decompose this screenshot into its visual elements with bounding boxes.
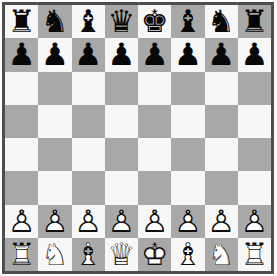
white-piece-outline: ♘ [41, 239, 69, 270]
square-c3[interactable] [72, 171, 105, 204]
square-b2[interactable]: ♟♙ [38, 205, 71, 238]
square-d4[interactable] [105, 138, 138, 171]
white-piece-outline: ♕ [107, 239, 135, 270]
black-rook[interactable]: ♜ [5, 5, 38, 38]
white-piece-outline: ♔ [141, 239, 169, 270]
square-a8[interactable]: ♜ [5, 5, 38, 38]
square-f2[interactable]: ♟♙ [171, 205, 204, 238]
square-g2[interactable]: ♟♙ [205, 205, 238, 238]
square-g7[interactable]: ♟ [205, 38, 238, 71]
white-pawn[interactable]: ♟♙ [171, 205, 204, 238]
white-piece-outline: ♙ [8, 206, 36, 237]
white-rook[interactable]: ♜♖ [238, 238, 271, 271]
square-a2[interactable]: ♟♙ [5, 205, 38, 238]
black-pawn[interactable]: ♟ [238, 38, 271, 71]
square-a6[interactable] [5, 72, 38, 105]
square-c4[interactable] [72, 138, 105, 171]
square-h1[interactable]: ♜♖ [238, 238, 271, 271]
square-e2[interactable]: ♟♙ [138, 205, 171, 238]
square-a5[interactable] [5, 105, 38, 138]
white-piece-outline: ♙ [41, 206, 69, 237]
white-bishop[interactable]: ♝♗ [171, 238, 204, 271]
black-bishop[interactable]: ♝ [171, 5, 204, 38]
square-a3[interactable] [5, 171, 38, 204]
square-f7[interactable]: ♟ [171, 38, 204, 71]
white-rook[interactable]: ♜♖ [5, 238, 38, 271]
white-pawn[interactable]: ♟♙ [5, 205, 38, 238]
square-e8[interactable]: ♚ [138, 5, 171, 38]
square-h6[interactable] [238, 72, 271, 105]
square-d8[interactable]: ♛ [105, 5, 138, 38]
white-pawn[interactable]: ♟♙ [138, 205, 171, 238]
square-f5[interactable] [171, 105, 204, 138]
white-piece-outline: ♙ [141, 206, 169, 237]
chess-board: ♜♞♝♛♚♝♞♜♟♟♟♟♟♟♟♟♟♙♟♙♟♙♟♙♟♙♟♙♟♙♟♙♜♖♞♘♝♗♛♕… [5, 5, 271, 271]
white-piece-outline: ♙ [174, 206, 202, 237]
square-g3[interactable] [205, 171, 238, 204]
white-piece-outline: ♘ [207, 239, 235, 270]
square-b6[interactable] [38, 72, 71, 105]
square-f8[interactable]: ♝ [171, 5, 204, 38]
square-b7[interactable]: ♟ [38, 38, 71, 71]
black-queen[interactable]: ♛ [105, 5, 138, 38]
black-pawn[interactable]: ♟ [72, 38, 105, 71]
square-c5[interactable] [72, 105, 105, 138]
white-knight[interactable]: ♞♘ [205, 238, 238, 271]
square-b3[interactable] [38, 171, 71, 204]
white-piece-outline: ♗ [74, 239, 102, 270]
square-e3[interactable] [138, 171, 171, 204]
black-pawn[interactable]: ♟ [38, 38, 71, 71]
square-e1[interactable]: ♚♔ [138, 238, 171, 271]
white-pawn[interactable]: ♟♙ [38, 205, 71, 238]
black-bishop[interactable]: ♝ [72, 5, 105, 38]
white-piece-outline: ♙ [74, 206, 102, 237]
square-f3[interactable] [171, 171, 204, 204]
white-pawn[interactable]: ♟♙ [238, 205, 271, 238]
square-h7[interactable]: ♟ [238, 38, 271, 71]
square-e5[interactable] [138, 105, 171, 138]
white-pawn[interactable]: ♟♙ [205, 205, 238, 238]
white-knight[interactable]: ♞♘ [38, 238, 71, 271]
square-h8[interactable]: ♜ [238, 5, 271, 38]
square-g6[interactable] [205, 72, 238, 105]
square-h5[interactable] [238, 105, 271, 138]
square-c7[interactable]: ♟ [72, 38, 105, 71]
black-knight[interactable]: ♞ [38, 5, 71, 38]
square-a7[interactable]: ♟ [5, 38, 38, 71]
square-b1[interactable]: ♞♘ [38, 238, 71, 271]
square-a1[interactable]: ♜♖ [5, 238, 38, 271]
square-a4[interactable] [5, 138, 38, 171]
black-rook[interactable]: ♜ [238, 5, 271, 38]
square-g5[interactable] [205, 105, 238, 138]
square-h3[interactable] [238, 171, 271, 204]
white-piece-outline: ♙ [107, 206, 135, 237]
square-f4[interactable] [171, 138, 204, 171]
square-d2[interactable]: ♟♙ [105, 205, 138, 238]
white-piece-outline: ♗ [174, 239, 202, 270]
square-e6[interactable] [138, 72, 171, 105]
black-pawn[interactable]: ♟ [171, 38, 204, 71]
white-pawn[interactable]: ♟♙ [72, 205, 105, 238]
square-f6[interactable] [171, 72, 204, 105]
square-e4[interactable] [138, 138, 171, 171]
square-h4[interactable] [238, 138, 271, 171]
square-c8[interactable]: ♝ [72, 5, 105, 38]
white-pawn[interactable]: ♟♙ [105, 205, 138, 238]
white-piece-outline: ♖ [8, 239, 36, 270]
white-king[interactable]: ♚♔ [138, 238, 171, 271]
square-e7[interactable]: ♟ [138, 38, 171, 71]
square-b5[interactable] [38, 105, 71, 138]
white-piece-outline: ♙ [207, 206, 235, 237]
square-d6[interactable] [105, 72, 138, 105]
white-piece-outline: ♖ [240, 239, 268, 270]
square-d1[interactable]: ♛♕ [105, 238, 138, 271]
square-d5[interactable] [105, 105, 138, 138]
black-pawn[interactable]: ♟ [5, 38, 38, 71]
square-f1[interactable]: ♝♗ [171, 238, 204, 271]
square-c6[interactable] [72, 72, 105, 105]
square-c2[interactable]: ♟♙ [72, 205, 105, 238]
white-piece-outline: ♙ [240, 206, 268, 237]
black-king[interactable]: ♚ [138, 5, 171, 38]
white-queen[interactable]: ♛♕ [105, 238, 138, 271]
black-knight[interactable]: ♞ [205, 5, 238, 38]
black-pawn[interactable]: ♟ [205, 38, 238, 71]
chess-board-frame: ♜♞♝♛♚♝♞♜♟♟♟♟♟♟♟♟♟♙♟♙♟♙♟♙♟♙♟♙♟♙♟♙♜♖♞♘♝♗♛♕… [2, 2, 274, 274]
square-d7[interactable]: ♟ [105, 38, 138, 71]
square-b4[interactable] [38, 138, 71, 171]
square-d3[interactable] [105, 171, 138, 204]
square-g1[interactable]: ♞♘ [205, 238, 238, 271]
white-bishop[interactable]: ♝♗ [72, 238, 105, 271]
square-h2[interactable]: ♟♙ [238, 205, 271, 238]
black-pawn[interactable]: ♟ [105, 38, 138, 71]
square-b8[interactable]: ♞ [38, 5, 71, 38]
black-pawn[interactable]: ♟ [138, 38, 171, 71]
square-g4[interactable] [205, 138, 238, 171]
square-g8[interactable]: ♞ [205, 5, 238, 38]
square-c1[interactable]: ♝♗ [72, 238, 105, 271]
